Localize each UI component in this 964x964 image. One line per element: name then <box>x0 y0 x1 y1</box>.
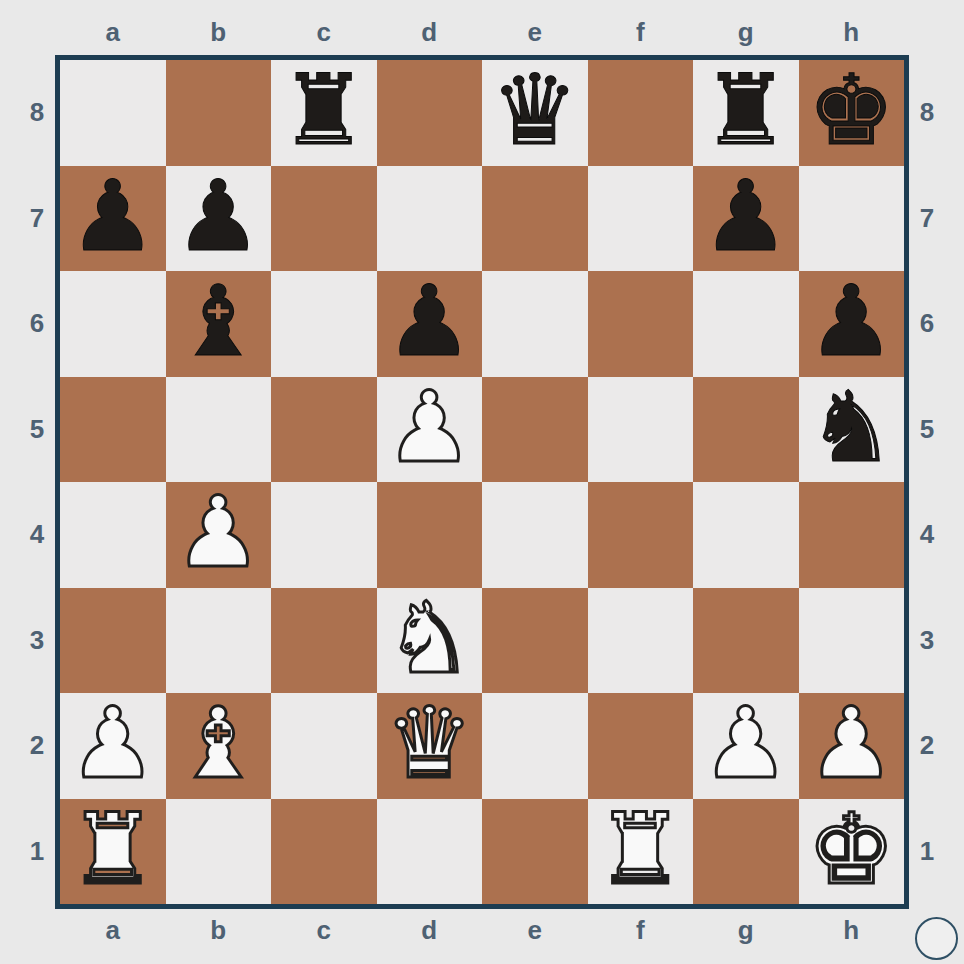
square-f8[interactable] <box>588 60 694 166</box>
black-king-h8-icon[interactable]: ♚ <box>807 60 895 163</box>
square-c7[interactable] <box>271 166 377 272</box>
rank-labels-right: 87654321 <box>910 60 944 904</box>
square-h2[interactable]: ♟ <box>799 693 905 799</box>
square-b3[interactable] <box>166 588 272 694</box>
coordinate-label: h <box>799 14 905 50</box>
coordinate-label: a <box>60 14 166 50</box>
square-a8[interactable] <box>60 60 166 166</box>
coordinate-label: 6 <box>910 271 944 377</box>
file-labels-bottom: abcdefgh <box>60 912 904 948</box>
coordinate-label: 7 <box>910 166 944 272</box>
square-g4[interactable] <box>693 482 799 588</box>
square-a2[interactable]: ♟ <box>60 693 166 799</box>
coordinate-label: 1 <box>910 799 944 905</box>
white-rook-a1-icon[interactable]: ♜ <box>69 799 157 902</box>
square-e6[interactable] <box>482 271 588 377</box>
square-a5[interactable] <box>60 377 166 483</box>
square-f1[interactable]: ♜ <box>588 799 694 905</box>
square-d5[interactable]: ♟ <box>377 377 483 483</box>
coordinate-label: 1 <box>20 799 54 905</box>
square-d2[interactable]: ♛ <box>377 693 483 799</box>
square-f3[interactable] <box>588 588 694 694</box>
white-knight-d3-icon[interactable]: ♞ <box>385 588 473 691</box>
coordinate-label: 5 <box>20 377 54 483</box>
coordinate-label: e <box>482 912 588 948</box>
white-king-h1-icon[interactable]: ♚ <box>807 799 895 902</box>
white-rook-f1-icon[interactable]: ♜ <box>596 799 684 902</box>
square-d8[interactable] <box>377 60 483 166</box>
square-a4[interactable] <box>60 482 166 588</box>
square-f7[interactable] <box>588 166 694 272</box>
square-g1[interactable] <box>693 799 799 905</box>
square-h3[interactable] <box>799 588 905 694</box>
coordinate-label: d <box>377 912 483 948</box>
coordinate-label: d <box>377 14 483 50</box>
square-c5[interactable] <box>271 377 377 483</box>
square-f5[interactable] <box>588 377 694 483</box>
rank-labels-left: 87654321 <box>20 60 54 904</box>
square-c8[interactable]: ♜ <box>271 60 377 166</box>
coordinate-label: 4 <box>910 482 944 588</box>
coordinate-label: 7 <box>20 166 54 272</box>
square-b7[interactable]: ♟ <box>166 166 272 272</box>
coordinate-label: g <box>693 14 799 50</box>
coordinate-label: g <box>693 912 799 948</box>
square-b8[interactable] <box>166 60 272 166</box>
coordinate-label: c <box>271 14 377 50</box>
coordinate-label: f <box>588 912 694 948</box>
black-pawn-d6-icon[interactable]: ♟ <box>385 271 473 374</box>
white-pawn-d5-icon[interactable]: ♟ <box>385 377 473 480</box>
coordinate-label: b <box>166 912 272 948</box>
square-e8[interactable]: ♛ <box>482 60 588 166</box>
square-e2[interactable] <box>482 693 588 799</box>
square-b2[interactable]: ♝ <box>166 693 272 799</box>
square-g7[interactable]: ♟ <box>693 166 799 272</box>
square-h1[interactable]: ♚ <box>799 799 905 905</box>
coordinate-label: a <box>60 912 166 948</box>
coordinate-label: 6 <box>20 271 54 377</box>
coordinate-label: 3 <box>20 588 54 694</box>
square-d1[interactable] <box>377 799 483 905</box>
square-e1[interactable] <box>482 799 588 905</box>
square-c3[interactable] <box>271 588 377 694</box>
white-pawn-g2-icon[interactable]: ♟ <box>702 693 790 796</box>
black-rook-c8-icon[interactable]: ♜ <box>280 60 368 163</box>
square-a6[interactable] <box>60 271 166 377</box>
square-b4[interactable]: ♟ <box>166 482 272 588</box>
square-e3[interactable] <box>482 588 588 694</box>
square-c4[interactable] <box>271 482 377 588</box>
coordinate-label: e <box>482 14 588 50</box>
white-pawn-a2-icon[interactable]: ♟ <box>69 693 157 796</box>
square-g3[interactable] <box>693 588 799 694</box>
square-d7[interactable] <box>377 166 483 272</box>
square-f6[interactable] <box>588 271 694 377</box>
chess-board[interactable]: ♜♛♜♚♟♟♟♝♟♟♟♞♟♞♟♝♛♟♟♜♜♚ <box>55 55 909 909</box>
white-pawn-h2-icon[interactable]: ♟ <box>807 693 895 796</box>
black-bishop-b6-icon[interactable]: ♝ <box>174 271 262 374</box>
square-f4[interactable] <box>588 482 694 588</box>
file-labels-top: abcdefgh <box>60 14 904 50</box>
white-bishop-b2-icon[interactable]: ♝ <box>174 693 262 796</box>
square-e4[interactable] <box>482 482 588 588</box>
square-c6[interactable] <box>271 271 377 377</box>
coordinate-label: 2 <box>20 693 54 799</box>
square-h8[interactable]: ♚ <box>799 60 905 166</box>
coordinate-label: c <box>271 912 377 948</box>
white-pawn-b4-icon[interactable]: ♟ <box>174 482 262 585</box>
white-queen-d2-icon[interactable]: ♛ <box>385 693 473 796</box>
square-d3[interactable]: ♞ <box>377 588 483 694</box>
square-h4[interactable] <box>799 482 905 588</box>
square-e7[interactable] <box>482 166 588 272</box>
square-d6[interactable]: ♟ <box>377 271 483 377</box>
black-pawn-a7-icon[interactable]: ♟ <box>69 166 157 269</box>
square-b1[interactable] <box>166 799 272 905</box>
coordinate-label: 2 <box>910 693 944 799</box>
square-a1[interactable]: ♜ <box>60 799 166 905</box>
square-a3[interactable] <box>60 588 166 694</box>
square-c2[interactable] <box>271 693 377 799</box>
square-h5[interactable]: ♞ <box>799 377 905 483</box>
square-e5[interactable] <box>482 377 588 483</box>
square-c1[interactable] <box>271 799 377 905</box>
coordinate-label: 3 <box>910 588 944 694</box>
square-g5[interactable] <box>693 377 799 483</box>
coordinate-label: 8 <box>20 60 54 166</box>
black-pawn-g7-icon[interactable]: ♟ <box>702 166 790 269</box>
page: abcdefgh abcdefgh 87654321 87654321 ♜♛♜♚… <box>0 0 964 964</box>
coordinate-label: 4 <box>20 482 54 588</box>
coordinate-label: h <box>799 912 905 948</box>
square-b5[interactable] <box>166 377 272 483</box>
black-rook-g8-icon[interactable]: ♜ <box>702 60 790 163</box>
square-f2[interactable] <box>588 693 694 799</box>
square-d4[interactable] <box>377 482 483 588</box>
square-h6[interactable]: ♟ <box>799 271 905 377</box>
black-pawn-h6-icon[interactable]: ♟ <box>807 271 895 374</box>
turn-indicator-circle <box>915 917 958 960</box>
square-g2[interactable]: ♟ <box>693 693 799 799</box>
square-b6[interactable]: ♝ <box>166 271 272 377</box>
square-g8[interactable]: ♜ <box>693 60 799 166</box>
black-queen-e8-icon[interactable]: ♛ <box>491 60 579 163</box>
square-h7[interactable] <box>799 166 905 272</box>
coordinate-label: b <box>166 14 272 50</box>
black-knight-h5-icon[interactable]: ♞ <box>807 377 895 480</box>
black-pawn-b7-icon[interactable]: ♟ <box>174 166 262 269</box>
coordinate-label: f <box>588 14 694 50</box>
coordinate-label: 5 <box>910 377 944 483</box>
square-g6[interactable] <box>693 271 799 377</box>
square-a7[interactable]: ♟ <box>60 166 166 272</box>
coordinate-label: 8 <box>910 60 944 166</box>
